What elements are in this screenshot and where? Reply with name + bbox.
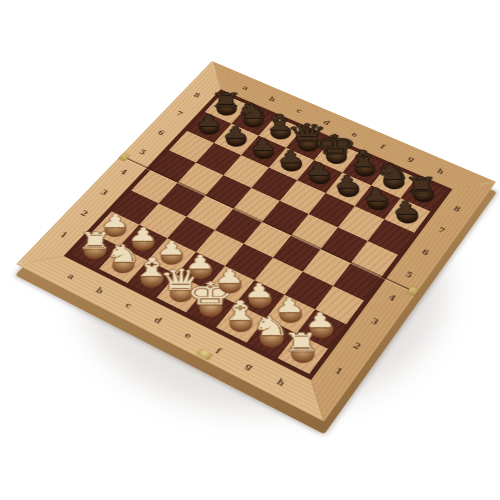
black-pawn-glyph: ♟ bbox=[370, 199, 441, 217]
chess-board: aa11bb22cc33dd44ee55ff66gg77hh88 ♜♞♝♛♚♝♞… bbox=[16, 61, 496, 421]
product-photo: aa11bb22cc33dd44ee55ff66gg77hh88 ♜♞♝♛♚♝♞… bbox=[0, 0, 500, 500]
